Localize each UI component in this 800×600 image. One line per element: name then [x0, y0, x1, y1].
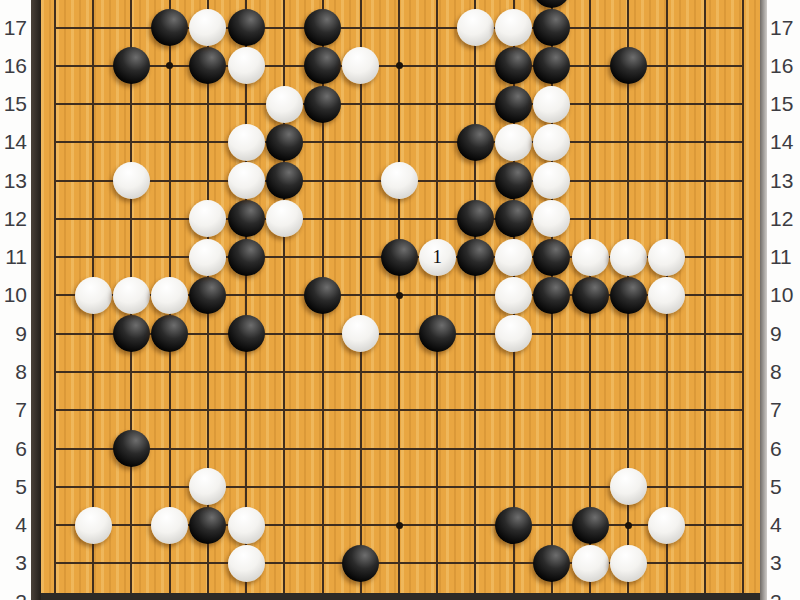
grid-hline — [54, 141, 744, 143]
board-bottom-edge — [41, 593, 760, 600]
row-label-right-6: 6 — [770, 437, 800, 461]
stone-black-M14 — [457, 124, 494, 161]
stone-white-N14 — [495, 124, 532, 161]
stone-white-B4 — [75, 507, 112, 544]
stone-white-F4 — [228, 507, 265, 544]
row-label-right-5: 5 — [770, 475, 800, 499]
stone-black-M12 — [457, 200, 494, 237]
row-label-right-7: 7 — [770, 398, 800, 422]
stone-white-F16 — [228, 47, 265, 84]
go-diagram: 1 17171616151514141313121211111010998877… — [0, 0, 800, 600]
stone-black-O11 — [533, 239, 570, 276]
grid-hline — [54, 218, 744, 220]
row-label-right-15: 15 — [770, 92, 800, 116]
row-label-right-10: 10 — [770, 283, 800, 307]
stone-black-G13 — [266, 162, 303, 199]
stone-black-F9 — [228, 315, 265, 352]
stone-white-R4 — [648, 507, 685, 544]
grid-hline — [54, 371, 744, 373]
stone-white-F3 — [228, 545, 265, 582]
board-right-edge — [760, 0, 767, 600]
row-label-right-11: 11 — [770, 245, 800, 269]
row-label-left-13: 13 — [0, 169, 27, 193]
stone-black-P4 — [572, 507, 609, 544]
stone-white-E11 — [189, 239, 226, 276]
stone-white-P11 — [572, 239, 609, 276]
stone-black-F11 — [228, 239, 265, 276]
row-label-left-9: 9 — [0, 322, 27, 346]
stone-black-O3 — [533, 545, 570, 582]
stone-white-D4 — [151, 507, 188, 544]
stone-white-M17 — [457, 9, 494, 46]
stone-white-D10 — [151, 277, 188, 314]
stone-white-C10 — [113, 277, 150, 314]
stone-white-N11 — [495, 239, 532, 276]
stone-white-N9 — [495, 315, 532, 352]
star-point — [396, 292, 403, 299]
stone-white-R10 — [648, 277, 685, 314]
grid-vline — [704, 0, 706, 593]
grid-vline — [474, 0, 476, 593]
star-point — [396, 62, 403, 69]
stone-black-M11 — [457, 239, 494, 276]
grid-vline — [436, 0, 438, 593]
grid-vline — [742, 0, 744, 593]
row-label-left-3: 3 — [0, 551, 27, 575]
board-left-edge — [31, 0, 41, 600]
stone-black-P10 — [572, 277, 609, 314]
stone-black-E4 — [189, 507, 226, 544]
stone-black-H15 — [304, 86, 341, 123]
stone-white-O14 — [533, 124, 570, 161]
stone-black-C9 — [113, 315, 150, 352]
row-label-left-17: 17 — [0, 16, 27, 40]
stone-white-N10 — [495, 277, 532, 314]
stone-white-R11 — [648, 239, 685, 276]
stone-white-K13 — [381, 162, 418, 199]
stone-black-K11 — [381, 239, 418, 276]
row-label-left-2: 2 — [0, 590, 27, 600]
stone-white-Q11 — [610, 239, 647, 276]
row-label-right-3: 3 — [770, 551, 800, 575]
stone-black-N4 — [495, 507, 532, 544]
row-label-left-16: 16 — [0, 54, 27, 78]
stone-black-G14 — [266, 124, 303, 161]
stone-white-B10 — [75, 277, 112, 314]
stone-black-H10 — [304, 277, 341, 314]
stone-white-O15 — [533, 86, 570, 123]
row-label-right-2: 2 — [770, 590, 800, 600]
row-label-left-8: 8 — [0, 360, 27, 384]
stone-white-F14 — [228, 124, 265, 161]
stone-white-L11: 1 — [419, 239, 456, 276]
stone-black-J3 — [342, 545, 379, 582]
grid-hline — [54, 409, 744, 411]
stone-black-O10 — [533, 277, 570, 314]
row-label-left-15: 15 — [0, 92, 27, 116]
grid-vline — [54, 0, 56, 593]
row-label-left-6: 6 — [0, 437, 27, 461]
row-label-left-4: 4 — [0, 513, 27, 537]
row-label-left-11: 11 — [0, 245, 27, 269]
row-label-right-9: 9 — [770, 322, 800, 346]
star-point — [396, 522, 403, 529]
stone-white-N17 — [495, 9, 532, 46]
star-point — [625, 522, 632, 529]
stone-white-C13 — [113, 162, 150, 199]
row-label-right-12: 12 — [770, 207, 800, 231]
stone-white-Q5 — [610, 468, 647, 505]
grid-hline — [54, 103, 744, 105]
row-label-left-10: 10 — [0, 283, 27, 307]
grid-hline — [54, 448, 744, 450]
stone-black-N15 — [495, 86, 532, 123]
stone-black-D17 — [151, 9, 188, 46]
stone-white-G15 — [266, 86, 303, 123]
row-label-left-14: 14 — [0, 130, 27, 154]
row-label-right-8: 8 — [770, 360, 800, 384]
stone-black-H17 — [304, 9, 341, 46]
grid-vline — [245, 0, 247, 593]
grid-vline — [360, 0, 362, 593]
stone-black-C16 — [113, 47, 150, 84]
row-label-right-14: 14 — [770, 130, 800, 154]
row-label-left-7: 7 — [0, 398, 27, 422]
stone-black-E10 — [189, 277, 226, 314]
stone-black-N13 — [495, 162, 532, 199]
row-label-right-16: 16 — [770, 54, 800, 78]
move-number-label: 1 — [419, 239, 456, 276]
stone-white-P3 — [572, 545, 609, 582]
stone-black-C6 — [113, 430, 150, 467]
stone-black-L9 — [419, 315, 456, 352]
stone-black-Q10 — [610, 277, 647, 314]
row-label-left-5: 5 — [0, 475, 27, 499]
row-label-right-4: 4 — [770, 513, 800, 537]
row-label-left-12: 12 — [0, 207, 27, 231]
row-label-right-13: 13 — [770, 169, 800, 193]
stone-white-F13 — [228, 162, 265, 199]
stone-black-F17 — [228, 9, 265, 46]
stone-black-F12 — [228, 200, 265, 237]
stone-white-G12 — [266, 200, 303, 237]
stone-black-Q16 — [610, 47, 647, 84]
stone-white-Q3 — [610, 545, 647, 582]
row-label-right-17: 17 — [770, 16, 800, 40]
